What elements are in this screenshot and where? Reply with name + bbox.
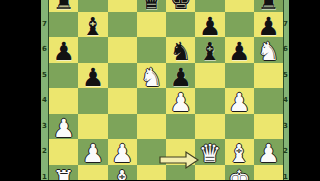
square-e8[interactable]: ♚ <box>166 0 195 12</box>
piece-white-pawn[interactable]: ♟ <box>254 141 283 167</box>
square-g4[interactable]: ♟ <box>225 88 254 114</box>
square-c2[interactable]: ♟ <box>108 139 137 165</box>
square-g3[interactable] <box>225 114 254 140</box>
rank-label-4-left: 4 <box>41 97 48 104</box>
piece-black-pawn[interactable]: ♟ <box>254 14 283 40</box>
piece-black-pawn[interactable]: ♟ <box>49 39 78 65</box>
rank-label-5-right: 5 <box>282 72 289 79</box>
piece-black-pawn[interactable]: ♟ <box>225 39 254 65</box>
square-f3[interactable] <box>195 114 224 140</box>
square-c6[interactable] <box>108 37 137 63</box>
square-c7[interactable] <box>108 12 137 38</box>
square-a1[interactable]: ♜ <box>49 165 78 181</box>
square-d3[interactable] <box>137 114 166 140</box>
rank-label-2-right: 2 <box>282 148 289 155</box>
square-b7[interactable]: ♝ <box>78 12 107 38</box>
square-g5[interactable] <box>225 63 254 89</box>
piece-black-pawn[interactable]: ♟ <box>195 14 224 40</box>
square-g2[interactable]: ♝ <box>225 139 254 165</box>
piece-white-pawn[interactable]: ♟ <box>166 90 195 116</box>
square-f8[interactable] <box>195 0 224 12</box>
piece-white-pawn[interactable]: ♟ <box>108 141 137 167</box>
rank-label-3-right: 3 <box>282 123 289 130</box>
square-d5[interactable]: ♞ <box>137 63 166 89</box>
square-b2[interactable]: ♟ <box>78 139 107 165</box>
square-c1[interactable]: ♝ <box>108 165 137 181</box>
piece-white-knight[interactable]: ♞ <box>137 65 166 91</box>
square-a4[interactable] <box>49 88 78 114</box>
piece-white-bishop[interactable]: ♝ <box>108 167 137 181</box>
square-c5[interactable] <box>108 63 137 89</box>
square-a8[interactable]: ♜ <box>49 0 78 12</box>
square-b4[interactable] <box>78 88 107 114</box>
square-e7[interactable] <box>166 12 195 38</box>
square-c8[interactable] <box>108 0 137 12</box>
board-frame: ♜♛♚♜♝♟♟♟♞♝♟♞♟♞♟♟♟♟♟♟♛♝♟♜♝♚ 7766554433221… <box>41 0 289 180</box>
square-g1[interactable]: ♚ <box>225 165 254 181</box>
rank-label-5-left: 5 <box>41 72 48 79</box>
square-e2[interactable] <box>166 139 195 165</box>
square-h3[interactable] <box>254 114 283 140</box>
square-b5[interactable]: ♟ <box>78 63 107 89</box>
square-d2[interactable] <box>137 139 166 165</box>
square-d1[interactable] <box>137 165 166 181</box>
square-e6[interactable]: ♞ <box>166 37 195 63</box>
square-b6[interactable] <box>78 37 107 63</box>
square-c4[interactable] <box>108 88 137 114</box>
rank-label-6-right: 6 <box>282 46 289 53</box>
square-f7[interactable]: ♟ <box>195 12 224 38</box>
square-f2[interactable]: ♛ <box>195 139 224 165</box>
rank-label-1-right: 1 <box>282 174 289 180</box>
rank-label-7-left: 7 <box>41 21 48 28</box>
piece-black-bishop[interactable]: ♝ <box>78 14 107 40</box>
square-d8[interactable]: ♛ <box>137 0 166 12</box>
square-f6[interactable]: ♝ <box>195 37 224 63</box>
square-f4[interactable] <box>195 88 224 114</box>
piece-black-knight[interactable]: ♞ <box>166 39 195 65</box>
piece-white-knight[interactable]: ♞ <box>254 39 283 65</box>
square-g6[interactable]: ♟ <box>225 37 254 63</box>
square-a3[interactable]: ♟ <box>49 114 78 140</box>
rank-label-6-left: 6 <box>41 46 48 53</box>
piece-black-pawn[interactable]: ♟ <box>166 65 195 91</box>
square-a6[interactable]: ♟ <box>49 37 78 63</box>
piece-white-pawn[interactable]: ♟ <box>78 141 107 167</box>
square-h5[interactable] <box>254 63 283 89</box>
square-a2[interactable] <box>49 139 78 165</box>
piece-white-king[interactable]: ♚ <box>225 167 254 181</box>
square-g7[interactable] <box>225 12 254 38</box>
square-h8[interactable]: ♜ <box>254 0 283 12</box>
square-b1[interactable] <box>78 165 107 181</box>
square-h4[interactable] <box>254 88 283 114</box>
square-e5[interactable]: ♟ <box>166 63 195 89</box>
square-d4[interactable] <box>137 88 166 114</box>
rank-label-1-left: 1 <box>41 174 48 180</box>
square-h1[interactable] <box>254 165 283 181</box>
square-h6[interactable]: ♞ <box>254 37 283 63</box>
letterbox-left <box>0 0 41 180</box>
square-b3[interactable] <box>78 114 107 140</box>
chess-board[interactable]: ♜♛♚♜♝♟♟♟♞♝♟♞♟♞♟♟♟♟♟♟♛♝♟♜♝♚ <box>48 0 284 180</box>
piece-white-pawn[interactable]: ♟ <box>225 90 254 116</box>
rank-label-3-left: 3 <box>41 123 48 130</box>
piece-white-queen[interactable]: ♛ <box>195 141 224 167</box>
square-h7[interactable]: ♟ <box>254 12 283 38</box>
square-g8[interactable] <box>225 0 254 12</box>
square-a7[interactable] <box>49 12 78 38</box>
square-a5[interactable] <box>49 63 78 89</box>
piece-white-rook[interactable]: ♜ <box>49 167 78 181</box>
square-h2[interactable]: ♟ <box>254 139 283 165</box>
square-f1[interactable] <box>195 165 224 181</box>
square-b8[interactable] <box>78 0 107 12</box>
square-e1[interactable] <box>166 165 195 181</box>
rank-label-7-right: 7 <box>282 21 289 28</box>
square-e4[interactable]: ♟ <box>166 88 195 114</box>
square-d7[interactable] <box>137 12 166 38</box>
piece-black-bishop[interactable]: ♝ <box>195 39 224 65</box>
piece-black-pawn[interactable]: ♟ <box>78 65 107 91</box>
rank-label-4-right: 4 <box>282 97 289 104</box>
piece-white-pawn[interactable]: ♟ <box>49 116 78 142</box>
square-d6[interactable] <box>137 37 166 63</box>
letterbox-right <box>289 0 320 180</box>
chess-app-screenshot: ♜♛♚♜♝♟♟♟♞♝♟♞♟♞♟♟♟♟♟♟♛♝♟♜♝♚ 7766554433221… <box>0 0 320 180</box>
square-f5[interactable] <box>195 63 224 89</box>
rank-label-2-left: 2 <box>41 148 48 155</box>
square-e3[interactable] <box>166 114 195 140</box>
square-c3[interactable] <box>108 114 137 140</box>
piece-white-bishop[interactable]: ♝ <box>225 141 254 167</box>
